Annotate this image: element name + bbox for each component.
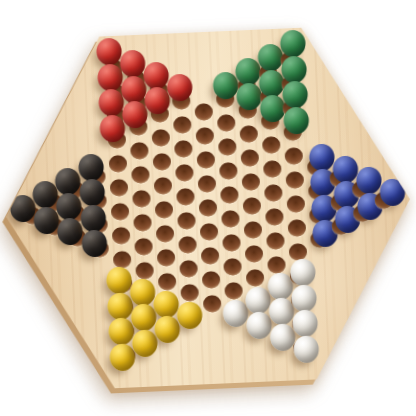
peg-green[interactable] bbox=[280, 30, 306, 58]
hole[interactable] bbox=[287, 195, 306, 213]
peg-yellow[interactable] bbox=[130, 304, 156, 332]
hole[interactable] bbox=[179, 260, 198, 278]
hole[interactable] bbox=[218, 138, 237, 156]
peg-yellow[interactable] bbox=[153, 290, 179, 318]
hole[interactable] bbox=[135, 262, 154, 280]
peg-white[interactable] bbox=[294, 335, 320, 363]
hole[interactable] bbox=[131, 166, 150, 184]
hole[interactable] bbox=[112, 227, 131, 245]
hole[interactable] bbox=[153, 153, 172, 171]
hole[interactable] bbox=[262, 136, 281, 154]
hole[interactable] bbox=[134, 238, 153, 256]
hole[interactable] bbox=[177, 212, 196, 230]
hole[interactable] bbox=[152, 129, 171, 147]
hole[interactable] bbox=[201, 247, 220, 265]
hole[interactable] bbox=[176, 188, 195, 206]
hole[interactable] bbox=[288, 219, 307, 237]
hole[interactable] bbox=[219, 162, 238, 180]
peg-blue[interactable] bbox=[308, 143, 334, 171]
hole[interactable] bbox=[133, 214, 152, 232]
hole[interactable] bbox=[130, 142, 149, 160]
hole[interactable] bbox=[217, 114, 236, 132]
hole[interactable] bbox=[265, 208, 284, 226]
peg-white[interactable] bbox=[223, 300, 249, 328]
hole[interactable] bbox=[223, 258, 242, 276]
hole[interactable] bbox=[178, 236, 197, 254]
hole[interactable] bbox=[239, 125, 258, 143]
hole[interactable] bbox=[113, 251, 132, 269]
hole[interactable] bbox=[284, 147, 303, 165]
hole[interactable] bbox=[264, 184, 283, 202]
peg-blue[interactable] bbox=[332, 155, 358, 183]
hole[interactable] bbox=[245, 245, 264, 263]
hole[interactable] bbox=[198, 175, 217, 193]
hole[interactable] bbox=[111, 203, 130, 221]
peg-yellow[interactable] bbox=[131, 329, 157, 357]
peg-blue[interactable] bbox=[356, 167, 382, 195]
hole[interactable] bbox=[157, 249, 176, 267]
hole[interactable] bbox=[174, 140, 193, 158]
hole[interactable] bbox=[221, 210, 240, 228]
peg-yellow[interactable] bbox=[154, 315, 180, 343]
peg-yellow[interactable] bbox=[108, 317, 134, 345]
hole[interactable] bbox=[202, 271, 221, 289]
peg-green[interactable] bbox=[235, 57, 261, 85]
hole[interactable] bbox=[175, 164, 194, 182]
peg-white[interactable] bbox=[290, 259, 316, 287]
hole[interactable] bbox=[241, 149, 260, 167]
hole[interactable] bbox=[203, 295, 222, 313]
hole[interactable] bbox=[155, 201, 174, 219]
hole[interactable] bbox=[158, 273, 177, 291]
peg-green[interactable] bbox=[281, 55, 307, 83]
hole[interactable] bbox=[220, 186, 239, 204]
hole[interactable] bbox=[194, 103, 213, 121]
peg-green[interactable] bbox=[213, 71, 239, 99]
peg-white[interactable] bbox=[246, 311, 272, 339]
hole[interactable] bbox=[222, 234, 241, 252]
hole[interactable] bbox=[267, 256, 286, 274]
hole[interactable] bbox=[110, 179, 129, 197]
hole[interactable] bbox=[266, 232, 285, 250]
hole[interactable] bbox=[199, 199, 218, 217]
photo-background bbox=[0, 0, 416, 416]
hole[interactable] bbox=[156, 225, 175, 243]
hole[interactable] bbox=[173, 116, 192, 134]
peg-white[interactable] bbox=[292, 309, 318, 337]
hole[interactable] bbox=[180, 284, 199, 302]
peg-blue[interactable] bbox=[379, 178, 405, 206]
hole[interactable] bbox=[286, 171, 305, 189]
hole[interactable] bbox=[263, 160, 282, 178]
hole[interactable] bbox=[109, 155, 128, 173]
peg-yellow[interactable] bbox=[107, 292, 133, 320]
hole[interactable] bbox=[244, 221, 263, 239]
hole[interactable] bbox=[224, 282, 243, 300]
hole[interactable] bbox=[195, 127, 214, 145]
game-board bbox=[0, 23, 416, 392]
peg-yellow[interactable] bbox=[109, 343, 135, 371]
peg-yellow[interactable] bbox=[176, 302, 202, 330]
peg-green[interactable] bbox=[236, 83, 262, 111]
hole[interactable] bbox=[197, 151, 216, 169]
hole[interactable] bbox=[243, 197, 262, 215]
peg-green[interactable] bbox=[284, 106, 310, 134]
hole[interactable] bbox=[246, 269, 265, 287]
hole[interactable] bbox=[154, 177, 173, 195]
hole[interactable] bbox=[242, 173, 261, 191]
peg-white[interactable] bbox=[291, 284, 317, 312]
peg-green[interactable] bbox=[282, 81, 308, 109]
hole[interactable] bbox=[132, 190, 151, 208]
hole[interactable] bbox=[200, 223, 219, 241]
peg-yellow[interactable] bbox=[129, 278, 155, 306]
peg-white[interactable] bbox=[245, 286, 271, 314]
board-rotation bbox=[0, 0, 416, 416]
